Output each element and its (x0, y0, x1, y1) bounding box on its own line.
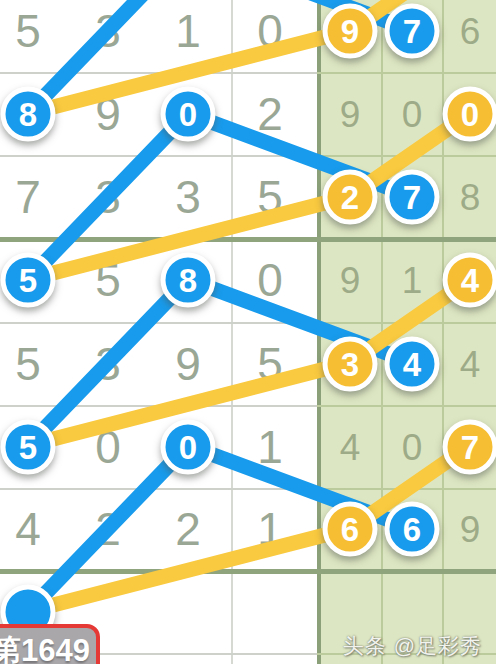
circled-number-r5c6: 4 (385, 336, 440, 391)
circled-number-r3c5: 2 (323, 169, 378, 224)
trend-chart-board: 第1649 头条 @足彩秀 53109768902900733527855809… (0, 0, 496, 664)
circled-number-r7c6: 6 (385, 502, 440, 557)
watermark-text: 头条 @足彩秀 (343, 632, 482, 660)
circled-number-r4c1: 5 (1, 253, 56, 308)
trend-polylines (0, 0, 496, 664)
period-number-text: 第1649 (0, 630, 90, 664)
circled-number-r6c7: 7 (443, 419, 496, 474)
circled-number-r4c3: 8 (161, 253, 216, 308)
period-number-badge: 第1649 (0, 624, 100, 664)
circled-number-r1c6: 7 (385, 3, 440, 58)
circled-number-r6c3: 0 (161, 419, 216, 474)
circled-number-r2c7: 0 (443, 86, 496, 141)
circled-number-r7c5: 6 (323, 502, 378, 557)
circled-number-r6c1: 5 (1, 419, 56, 474)
circled-number-r3c6: 7 (385, 169, 440, 224)
circled-number-r1c5: 9 (323, 3, 378, 58)
circled-number-r2c3: 0 (161, 86, 216, 141)
circled-number-r2c1: 8 (1, 86, 56, 141)
circled-number-r4c7: 4 (443, 253, 496, 308)
circled-number-r5c5: 3 (323, 336, 378, 391)
